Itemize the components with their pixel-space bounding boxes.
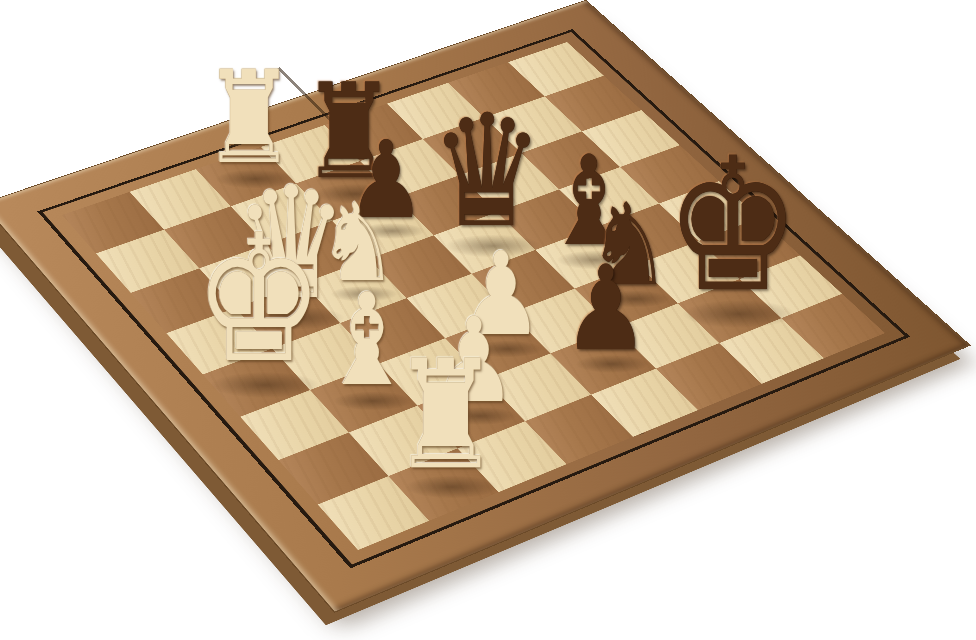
chessboard-photo: ♚♛♜♜♝♞♟♟♚♛♜♝♞♟♟ (0, 0, 976, 640)
piece-black-king-g7[interactable]: ♚ (665, 133, 800, 317)
piece-black-queen-d5[interactable]: ♛ (430, 94, 544, 249)
piece-white-rook-h2[interactable]: ♜ (391, 340, 501, 490)
piece-black-pawn-g5[interactable]: ♟ (563, 250, 649, 367)
piece-white-king-e1[interactable]: ♚ (195, 212, 324, 388)
